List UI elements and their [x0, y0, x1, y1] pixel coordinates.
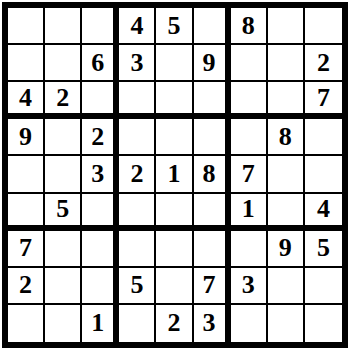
- cell-r8c2-empty[interactable]: [45, 268, 82, 305]
- cell-r7c1-given[interactable]: 7: [8, 231, 45, 268]
- cell-r6c7-given[interactable]: 1: [231, 194, 268, 231]
- cell-r1c8-empty[interactable]: [268, 8, 305, 45]
- cell-r1c4-given[interactable]: 4: [119, 8, 156, 45]
- cell-r9c6-given[interactable]: 3: [194, 305, 231, 342]
- cell-r4c3-given[interactable]: 2: [82, 119, 119, 156]
- cell-r9c1-empty[interactable]: [8, 305, 45, 342]
- cell-r1c1-empty[interactable]: [8, 8, 45, 45]
- sudoku-board-frame: 4586392427928321875147952573123: [0, 0, 350, 350]
- cell-r8c1-given[interactable]: 2: [8, 268, 45, 305]
- cell-r1c9-empty[interactable]: [305, 8, 342, 45]
- sudoku-grid: 4586392427928321875147952573123: [2, 2, 348, 348]
- cell-r2c9-given[interactable]: 2: [305, 45, 342, 82]
- cell-r3c3-empty[interactable]: [82, 82, 119, 119]
- cell-r4c1-given[interactable]: 9: [8, 119, 45, 156]
- cell-r7c3-empty[interactable]: [82, 231, 119, 268]
- cell-r3c6-empty[interactable]: [194, 82, 231, 119]
- cell-r7c7-empty[interactable]: [231, 231, 268, 268]
- cell-r6c6-empty[interactable]: [194, 194, 231, 231]
- cell-r6c3-empty[interactable]: [82, 194, 119, 231]
- cell-r6c5-empty[interactable]: [156, 194, 193, 231]
- cell-r2c6-given[interactable]: 9: [194, 45, 231, 82]
- cell-r4c9-empty[interactable]: [305, 119, 342, 156]
- cell-r6c9-given[interactable]: 4: [305, 194, 342, 231]
- cell-r4c6-empty[interactable]: [194, 119, 231, 156]
- cell-r4c7-empty[interactable]: [231, 119, 268, 156]
- cell-r2c8-empty[interactable]: [268, 45, 305, 82]
- cell-r3c4-empty[interactable]: [119, 82, 156, 119]
- cell-r9c4-empty[interactable]: [119, 305, 156, 342]
- cell-r3c8-empty[interactable]: [268, 82, 305, 119]
- cell-r7c8-given[interactable]: 9: [268, 231, 305, 268]
- cell-r4c2-empty[interactable]: [45, 119, 82, 156]
- cell-r4c5-empty[interactable]: [156, 119, 193, 156]
- cell-r3c7-empty[interactable]: [231, 82, 268, 119]
- cell-r8c4-given[interactable]: 5: [119, 268, 156, 305]
- cell-r5c1-empty[interactable]: [8, 156, 45, 193]
- cell-r8c3-empty[interactable]: [82, 268, 119, 305]
- cell-r4c8-given[interactable]: 8: [268, 119, 305, 156]
- cell-r6c1-empty[interactable]: [8, 194, 45, 231]
- cell-r5c9-empty[interactable]: [305, 156, 342, 193]
- cell-r5c8-empty[interactable]: [268, 156, 305, 193]
- cell-r6c8-empty[interactable]: [268, 194, 305, 231]
- cell-r3c5-empty[interactable]: [156, 82, 193, 119]
- cell-r9c8-empty[interactable]: [268, 305, 305, 342]
- cell-r9c7-empty[interactable]: [231, 305, 268, 342]
- cell-r6c2-given[interactable]: 5: [45, 194, 82, 231]
- cell-r5c7-given[interactable]: 7: [231, 156, 268, 193]
- cell-r1c2-empty[interactable]: [45, 8, 82, 45]
- cell-r4c4-empty[interactable]: [119, 119, 156, 156]
- cell-r2c7-empty[interactable]: [231, 45, 268, 82]
- cell-r9c5-given[interactable]: 2: [156, 305, 193, 342]
- cell-r8c6-given[interactable]: 7: [194, 268, 231, 305]
- cell-r5c5-given[interactable]: 1: [156, 156, 193, 193]
- cell-r7c6-empty[interactable]: [194, 231, 231, 268]
- cell-r8c9-empty[interactable]: [305, 268, 342, 305]
- cell-r1c5-given[interactable]: 5: [156, 8, 193, 45]
- cell-r8c8-empty[interactable]: [268, 268, 305, 305]
- cell-r1c6-empty[interactable]: [194, 8, 231, 45]
- cell-r2c4-given[interactable]: 3: [119, 45, 156, 82]
- cell-r7c4-empty[interactable]: [119, 231, 156, 268]
- cell-r3c2-given[interactable]: 2: [45, 82, 82, 119]
- cell-r2c1-empty[interactable]: [8, 45, 45, 82]
- cell-r6c4-empty[interactable]: [119, 194, 156, 231]
- cell-r5c2-empty[interactable]: [45, 156, 82, 193]
- cell-r9c3-given[interactable]: 1: [82, 305, 119, 342]
- cell-r2c2-empty[interactable]: [45, 45, 82, 82]
- cell-r5c4-given[interactable]: 2: [119, 156, 156, 193]
- cell-r7c2-empty[interactable]: [45, 231, 82, 268]
- cell-r8c7-given[interactable]: 3: [231, 268, 268, 305]
- cell-r7c5-empty[interactable]: [156, 231, 193, 268]
- cell-r3c9-given[interactable]: 7: [305, 82, 342, 119]
- cell-r1c7-given[interactable]: 8: [231, 8, 268, 45]
- cell-r9c2-empty[interactable]: [45, 305, 82, 342]
- cell-r2c3-given[interactable]: 6: [82, 45, 119, 82]
- cell-r7c9-given[interactable]: 5: [305, 231, 342, 268]
- cell-r1c3-empty[interactable]: [82, 8, 119, 45]
- cell-r8c5-empty[interactable]: [156, 268, 193, 305]
- cell-r5c6-given[interactable]: 8: [194, 156, 231, 193]
- cell-r5c3-given[interactable]: 3: [82, 156, 119, 193]
- cell-r9c9-empty[interactable]: [305, 305, 342, 342]
- cell-r2c5-empty[interactable]: [156, 45, 193, 82]
- cell-r3c1-given[interactable]: 4: [8, 82, 45, 119]
